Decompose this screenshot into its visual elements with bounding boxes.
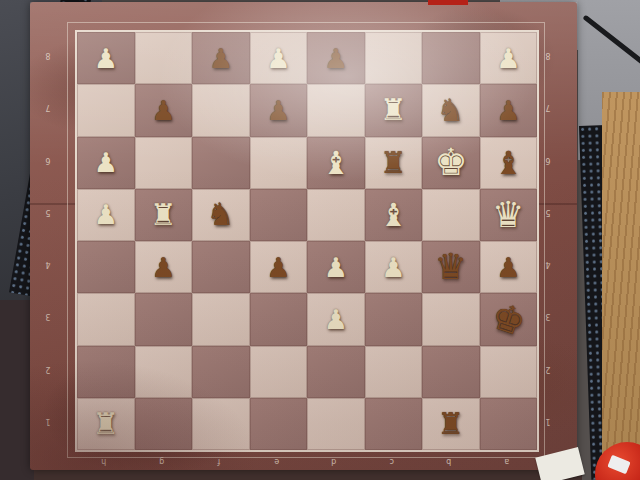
square-c1[interactable] [365,398,423,450]
rank-label-7: 7 [542,82,554,134]
piece-white-rook: ♜ [380,95,407,125]
rank-label-5: 5 [42,187,54,239]
square-a7[interactable]: ♟ [480,84,538,136]
square-f7[interactable] [192,84,250,136]
red-object-top [428,0,468,5]
square-e5[interactable] [250,189,308,241]
rank-labels-right: 87654321 [542,30,554,448]
square-f4[interactable] [192,241,250,293]
square-c6[interactable]: ♜ [365,137,423,189]
square-d2[interactable] [307,346,365,398]
piece-white-pawn: ♟ [324,306,348,333]
square-h4[interactable] [77,241,135,293]
rank-label-8: 8 [542,30,554,82]
square-d4[interactable]: ♟ [307,241,365,293]
rank-label-1: 1 [42,396,54,448]
square-d5[interactable] [307,189,365,241]
square-b7[interactable]: ♞ [422,84,480,136]
desk-wood [602,92,640,480]
square-b5[interactable] [422,189,480,241]
piece-white-pawn: ♟ [324,254,348,281]
file-label-b: b [420,452,478,466]
square-a8[interactable]: ♟ [480,32,538,84]
rank-labels-left: 87654321 [42,30,54,448]
piece-white-pawn: ♟ [266,45,290,72]
square-e2[interactable] [250,346,308,398]
square-b1[interactable]: ♜ [422,398,480,450]
piece-white-pawn: ♟ [94,45,118,72]
piece-black-rook: ♜ [380,148,407,178]
piece-black-bishop: ♝ [494,147,523,179]
square-f1[interactable] [192,398,250,450]
square-f3[interactable] [192,293,250,345]
chess-board: ♟♟♟♟♟♟♟♜♞♟♟♝♜♚♝♟♜♞♝♛♟♟♟♟♛♟♟♚♜♜ hgfedcba … [30,2,577,470]
square-c4[interactable]: ♟ [365,241,423,293]
file-label-h: h [75,452,133,466]
square-b2[interactable] [422,346,480,398]
rank-label-5: 5 [542,187,554,239]
square-h3[interactable] [77,293,135,345]
square-f8[interactable]: ♟ [192,32,250,84]
piece-black-queen: ♛ [435,249,467,285]
square-d3[interactable]: ♟ [307,293,365,345]
square-h8[interactable]: ♟ [77,32,135,84]
square-g5[interactable]: ♜ [135,189,193,241]
board-grid: ♟♟♟♟♟♟♟♜♞♟♟♝♜♚♝♟♜♞♝♛♟♟♟♟♛♟♟♚♜♜ [75,30,539,452]
square-c2[interactable] [365,346,423,398]
square-b3[interactable] [422,293,480,345]
square-b4[interactable]: ♛ [422,241,480,293]
square-g6[interactable] [135,137,193,189]
file-label-d: d [305,452,363,466]
rank-label-6: 6 [42,135,54,187]
square-g4[interactable]: ♟ [135,241,193,293]
piece-black-pawn: ♟ [151,254,175,281]
piece-white-rook: ♜ [92,409,119,439]
square-e6[interactable] [250,137,308,189]
square-c7[interactable]: ♜ [365,84,423,136]
rank-label-2: 2 [542,344,554,396]
square-g2[interactable] [135,346,193,398]
square-c3[interactable] [365,293,423,345]
piece-black-knight: ♞ [207,199,235,230]
piece-white-queen: ♛ [492,197,524,233]
piece-black-pawn: ♟ [209,45,233,72]
piece-black-pawn: ♟ [151,97,175,124]
piece-black-pawn: ♟ [266,254,290,281]
square-a4[interactable]: ♟ [480,241,538,293]
square-f6[interactable] [192,137,250,189]
square-d6[interactable]: ♝ [307,137,365,189]
square-h7[interactable] [77,84,135,136]
square-e1[interactable] [250,398,308,450]
photo-scene: ♟♟♟♟♟♟♟♜♞♟♟♝♜♚♝♟♜♞♝♛♟♟♟♟♛♟♟♚♜♜ hgfedcba … [0,0,640,480]
rank-label-4: 4 [542,239,554,291]
square-a6[interactable]: ♝ [480,137,538,189]
piece-black-pawn: ♟ [496,254,520,281]
square-b6[interactable]: ♚ [422,137,480,189]
piece-white-pawn: ♟ [381,254,405,281]
square-c5[interactable]: ♝ [365,189,423,241]
piece-white-bishop: ♝ [321,147,350,179]
piece-black-knight: ♞ [437,95,465,126]
square-b8[interactable] [422,32,480,84]
square-e7[interactable]: ♟ [250,84,308,136]
rank-label-7: 7 [42,82,54,134]
square-c8[interactable] [365,32,423,84]
square-d7[interactable] [307,84,365,136]
square-d1[interactable] [307,398,365,450]
square-e8[interactable]: ♟ [250,32,308,84]
square-h1[interactable]: ♜ [77,398,135,450]
square-g1[interactable] [135,398,193,450]
piece-black-rook: ♜ [437,409,464,439]
rank-label-3: 3 [42,291,54,343]
piece-black-pawn: ♟ [324,45,348,72]
square-h5[interactable]: ♟ [77,189,135,241]
square-g3[interactable] [135,293,193,345]
file-label-f: f [190,452,248,466]
piece-white-pawn: ♟ [94,201,118,228]
square-a1[interactable] [480,398,538,450]
piece-black-pawn: ♟ [266,97,290,124]
file-label-e: e [248,452,306,466]
file-label-a: a [478,452,536,466]
rank-label-3: 3 [542,291,554,343]
square-a3[interactable]: ♚ [480,293,538,345]
file-label-g: g [133,452,191,466]
rank-label-2: 2 [42,344,54,396]
square-f2[interactable] [192,346,250,398]
square-d8[interactable]: ♟ [307,32,365,84]
rank-label-1: 1 [542,396,554,448]
file-label-c: c [363,452,421,466]
square-f5[interactable]: ♞ [192,189,250,241]
piece-white-pawn: ♟ [94,149,118,176]
piece-white-pawn: ♟ [496,45,520,72]
square-e4[interactable]: ♟ [250,241,308,293]
piece-white-bishop: ♝ [379,199,408,231]
file-labels: hgfedcba [75,452,535,466]
piece-black-king: ♚ [487,297,530,342]
square-e3[interactable] [250,293,308,345]
square-g8[interactable] [135,32,193,84]
rank-label-8: 8 [42,30,54,82]
square-g7[interactable]: ♟ [135,84,193,136]
rank-label-4: 4 [42,239,54,291]
square-h6[interactable]: ♟ [77,137,135,189]
rank-label-6: 6 [542,135,554,187]
square-a5[interactable]: ♛ [480,189,538,241]
red-object-sticker [607,455,630,475]
square-a2[interactable] [480,346,538,398]
piece-black-pawn: ♟ [496,97,520,124]
piece-white-rook: ♜ [150,200,177,230]
square-h2[interactable] [77,346,135,398]
piece-white-king: ♚ [434,144,467,181]
